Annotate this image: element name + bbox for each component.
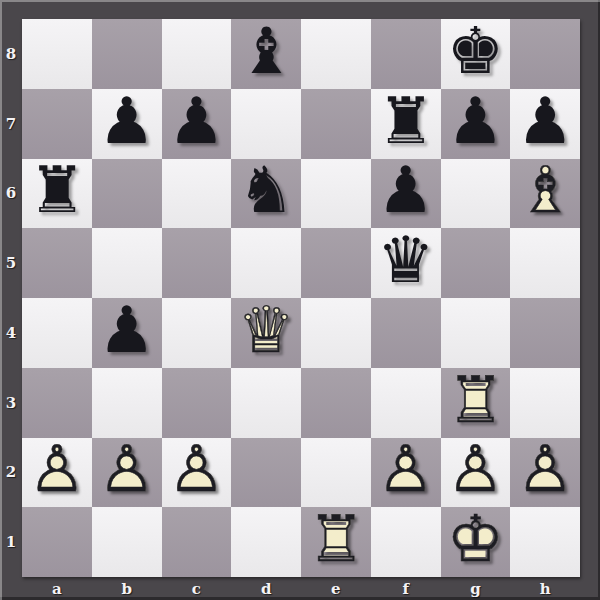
square-g4[interactable] [441, 298, 511, 368]
square-f8[interactable] [371, 19, 441, 89]
square-a7[interactable] [22, 89, 92, 159]
square-h5[interactable] [510, 228, 580, 298]
piece-black-knight-d6[interactable]: ♞ [231, 159, 301, 229]
square-g5[interactable] [441, 228, 511, 298]
piece-black-pawn-f6[interactable]: ♟ [371, 159, 441, 229]
square-a5[interactable] [22, 228, 92, 298]
piece-black-queen-f5[interactable]: ♛ [371, 228, 441, 298]
rank-label-8: 8 [0, 19, 22, 89]
rank-label-1: 1 [0, 507, 22, 577]
file-label-b: b [92, 577, 162, 600]
rank-label-2: 2 [0, 438, 22, 508]
piece-white-rook-e1[interactable]: ♜♖ [301, 507, 371, 577]
square-b8[interactable] [92, 19, 162, 89]
file-label-e: e [301, 577, 371, 600]
file-label-a: a [22, 577, 92, 600]
square-b1[interactable] [92, 507, 162, 577]
square-e1[interactable]: ♜♖ [301, 507, 371, 577]
piece-black-pawn-h7[interactable]: ♟ [510, 89, 580, 159]
piece-white-pawn-b2[interactable]: ♟♙ [92, 438, 162, 508]
file-label-c: c [162, 577, 232, 600]
piece-black-rook-f7[interactable]: ♜ [371, 89, 441, 159]
piece-white-king-g1[interactable]: ♚♔ [441, 507, 511, 577]
square-h6[interactable]: ♝♗ [510, 159, 580, 229]
square-c2[interactable]: ♟♙ [162, 438, 232, 508]
square-c4[interactable] [162, 298, 232, 368]
piece-black-rook-a6[interactable]: ♜ [22, 159, 92, 229]
square-e8[interactable] [301, 19, 371, 89]
square-d3[interactable] [231, 368, 301, 438]
square-d6[interactable]: ♞ [231, 159, 301, 229]
square-g1[interactable]: ♚♔ [441, 507, 511, 577]
square-c3[interactable] [162, 368, 232, 438]
file-label-d: d [231, 577, 301, 600]
square-b5[interactable] [92, 228, 162, 298]
piece-white-bishop-h6[interactable]: ♝♗ [510, 159, 580, 229]
square-a4[interactable] [22, 298, 92, 368]
square-g3[interactable]: ♜♖ [441, 368, 511, 438]
piece-white-pawn-a2[interactable]: ♟♙ [22, 438, 92, 508]
square-b2[interactable]: ♟♙ [92, 438, 162, 508]
square-e4[interactable] [301, 298, 371, 368]
square-e5[interactable] [301, 228, 371, 298]
square-h8[interactable] [510, 19, 580, 89]
rank-label-5: 5 [0, 228, 22, 298]
piece-white-pawn-g2[interactable]: ♟♙ [441, 438, 511, 508]
square-d8[interactable]: ♝ [231, 19, 301, 89]
piece-black-pawn-c7[interactable]: ♟ [162, 89, 232, 159]
square-d2[interactable] [231, 438, 301, 508]
rank-label-4: 4 [0, 298, 22, 368]
square-f6[interactable]: ♟ [371, 159, 441, 229]
square-h7[interactable]: ♟ [510, 89, 580, 159]
square-d5[interactable] [231, 228, 301, 298]
chess-board-window: ♝♚♟♟♜♟♟♜♞♟♝♗♛♟♛♕♜♖♟♙♟♙♟♙♟♙♟♙♟♙♜♖♚♔ 87654… [0, 0, 600, 600]
piece-black-pawn-b7[interactable]: ♟ [92, 89, 162, 159]
square-e3[interactable] [301, 368, 371, 438]
piece-white-pawn-h2[interactable]: ♟♙ [510, 438, 580, 508]
square-f1[interactable] [371, 507, 441, 577]
square-f7[interactable]: ♜ [371, 89, 441, 159]
square-e6[interactable] [301, 159, 371, 229]
square-f3[interactable] [371, 368, 441, 438]
square-c8[interactable] [162, 19, 232, 89]
square-a2[interactable]: ♟♙ [22, 438, 92, 508]
piece-white-pawn-c2[interactable]: ♟♙ [162, 438, 232, 508]
square-f5[interactable]: ♛ [371, 228, 441, 298]
square-d4[interactable]: ♛♕ [231, 298, 301, 368]
piece-white-rook-g3[interactable]: ♜♖ [441, 368, 511, 438]
piece-black-pawn-b4[interactable]: ♟ [92, 298, 162, 368]
square-f4[interactable] [371, 298, 441, 368]
file-label-g: g [441, 577, 511, 600]
square-a1[interactable] [22, 507, 92, 577]
square-b4[interactable]: ♟ [92, 298, 162, 368]
file-label-h: h [510, 577, 580, 600]
piece-black-king-g8[interactable]: ♚ [441, 19, 511, 89]
square-c7[interactable]: ♟ [162, 89, 232, 159]
square-a3[interactable] [22, 368, 92, 438]
square-a8[interactable] [22, 19, 92, 89]
square-e7[interactable] [301, 89, 371, 159]
square-d1[interactable] [231, 507, 301, 577]
square-f2[interactable]: ♟♙ [371, 438, 441, 508]
square-c1[interactable] [162, 507, 232, 577]
square-b7[interactable]: ♟ [92, 89, 162, 159]
square-c5[interactable] [162, 228, 232, 298]
square-e2[interactable] [301, 438, 371, 508]
square-g7[interactable]: ♟ [441, 89, 511, 159]
piece-white-pawn-f2[interactable]: ♟♙ [371, 438, 441, 508]
square-g2[interactable]: ♟♙ [441, 438, 511, 508]
square-a6[interactable]: ♜ [22, 159, 92, 229]
square-d7[interactable] [231, 89, 301, 159]
square-b6[interactable] [92, 159, 162, 229]
rank-label-3: 3 [0, 368, 22, 438]
square-g6[interactable] [441, 159, 511, 229]
file-label-f: f [371, 577, 441, 600]
square-h1[interactable] [510, 507, 580, 577]
chess-board: ♝♚♟♟♜♟♟♜♞♟♝♗♛♟♛♕♜♖♟♙♟♙♟♙♟♙♟♙♟♙♜♖♚♔ [22, 19, 580, 577]
square-h4[interactable] [510, 298, 580, 368]
square-b3[interactable] [92, 368, 162, 438]
piece-black-bishop-d8[interactable]: ♝ [231, 19, 301, 89]
rank-label-7: 7 [0, 89, 22, 159]
piece-white-queen-d4[interactable]: ♛♕ [231, 298, 301, 368]
square-g8[interactable]: ♚ [441, 19, 511, 89]
piece-black-pawn-g7[interactable]: ♟ [441, 89, 511, 159]
square-c6[interactable] [162, 159, 232, 229]
square-h2[interactable]: ♟♙ [510, 438, 580, 508]
square-h3[interactable] [510, 368, 580, 438]
rank-label-6: 6 [0, 159, 22, 229]
